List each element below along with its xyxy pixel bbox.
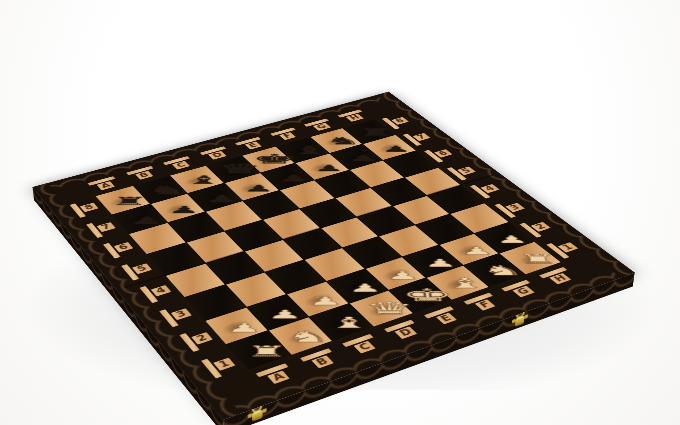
piece-black-rook-a8[interactable]: ♜ (110, 196, 149, 207)
square-d4[interactable] (283, 228, 341, 259)
square-e1[interactable]: ♚ (389, 278, 451, 313)
rank-plaque: 3 (171, 308, 191, 320)
piece-shadow (478, 263, 514, 280)
piece-white-pawn-b2[interactable]: ♟ (268, 309, 304, 320)
piece-white-pawn-e2[interactable]: ♟ (386, 270, 421, 281)
piece-black-knight-b8[interactable]: ♞ (147, 185, 188, 196)
square-c4[interactable] (245, 240, 303, 272)
file-plaque: F (475, 299, 496, 310)
rank-plaque: 5 (132, 263, 151, 274)
piece-shadow (240, 342, 278, 362)
piece-shadow (283, 328, 321, 348)
square-c3[interactable] (266, 260, 326, 293)
piece-shadow (324, 314, 361, 333)
piece-white-rook-h1[interactable]: ♜ (518, 253, 560, 265)
file-plaque: D (395, 326, 418, 339)
piece-black-rook-h8[interactable]: ♜ (359, 128, 393, 137)
piece-shadow (364, 301, 401, 320)
square-b3[interactable] (226, 273, 286, 307)
square-d2[interactable]: ♟ (327, 269, 388, 303)
piece-shadow (416, 254, 451, 271)
rank-plaque: 2 (192, 332, 213, 344)
rank-plaque: 6 (435, 149, 453, 157)
rank-plaque: 6 (114, 242, 133, 252)
square-f3[interactable] (379, 225, 437, 256)
piece-black-pawn-h7[interactable]: ♟ (381, 145, 411, 153)
piece-black-knight-g8[interactable]: ♞ (324, 136, 361, 146)
square-e2[interactable]: ♟ (365, 257, 425, 290)
file-plaque: H (549, 273, 571, 284)
piece-shadow (301, 291, 338, 309)
square-b2[interactable]: ♟ (247, 294, 309, 330)
piece-black-pawn-b7[interactable]: ♟ (168, 205, 201, 214)
piece-shadow (514, 251, 549, 268)
rank-plaque: 4 (151, 285, 171, 296)
square-g2[interactable]: ♟ (439, 234, 498, 266)
square-f1[interactable]: ♝ (427, 266, 488, 300)
piece-white-rook-a1[interactable]: ♜ (245, 344, 288, 358)
piece-white-knight-g1[interactable]: ♞ (480, 264, 525, 277)
piece-white-pawn-g2[interactable]: ♟ (459, 246, 494, 256)
file-plaque: G (512, 286, 534, 298)
square-g1[interactable]: ♞ (464, 254, 525, 287)
piece-white-knight-b1[interactable]: ♞ (286, 329, 331, 344)
piece-white-pawn-h2[interactable]: ♟ (495, 235, 530, 245)
piece-white-pawn-f2[interactable]: ♟ (423, 258, 458, 268)
piece-black-pawn-d7[interactable]: ♟ (243, 184, 275, 193)
rank-plaque: 8 (80, 203, 98, 212)
piece-white-pawn-d2[interactable]: ♟ (348, 283, 383, 294)
clasp-body (515, 316, 524, 327)
file-plaque: E (436, 313, 457, 325)
piece-white-king-e1[interactable]: ♚ (401, 287, 455, 304)
rank-plaque: 7 (97, 222, 115, 232)
piece-black-pawn-f7[interactable]: ♟ (314, 164, 344, 172)
rank-plaque: 1 (213, 358, 234, 371)
file-plaque: C (354, 341, 376, 354)
brass-clasp[interactable] (514, 306, 526, 328)
square-d3[interactable] (305, 248, 364, 281)
piece-white-bishop-c1[interactable]: ♝ (327, 316, 372, 331)
piece-white-pawn-a2[interactable]: ♟ (226, 322, 263, 334)
square-b4[interactable] (206, 252, 265, 285)
piece-shadow (340, 278, 376, 296)
square-b5[interactable] (187, 231, 244, 262)
piece-shadow (219, 318, 257, 337)
piece-shadow (441, 275, 477, 293)
piece-shadow (403, 288, 439, 306)
square-c2[interactable]: ♟ (287, 282, 348, 317)
file-plaque: C (172, 161, 190, 170)
square-f2[interactable]: ♟ (403, 245, 463, 277)
piece-black-pawn-c7[interactable]: ♟ (206, 194, 238, 203)
piece-shadow (260, 304, 297, 323)
piece-shadow (379, 266, 415, 283)
piece-black-pawn-g7[interactable]: ♟ (348, 154, 378, 162)
piece-white-bishop-f1[interactable]: ♝ (443, 277, 488, 290)
piece-black-pawn-e7[interactable]: ♟ (279, 174, 310, 183)
piece-black-pawn-a7[interactable]: ♟ (129, 216, 163, 225)
file-plaque: B (311, 355, 333, 368)
piece-white-queen-d1[interactable]: ♛ (363, 300, 415, 316)
piece-white-pawn-c2[interactable]: ♟ (308, 296, 343, 307)
piece-black-bishop-c8[interactable]: ♝ (184, 175, 224, 186)
product-photo-scene: ABCDEFGH ABCDEFGH 87654321 87654321 ♜♞♝♛… (0, 0, 680, 425)
square-e3[interactable] (342, 237, 401, 269)
piece-black-queen-d8[interactable]: ♛ (217, 163, 262, 175)
brass-clasp[interactable] (251, 400, 264, 423)
